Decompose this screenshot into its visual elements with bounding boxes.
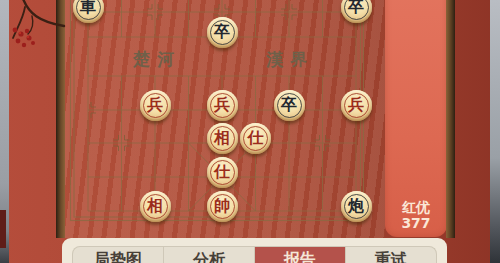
piece-glyph: 車 bbox=[80, 0, 96, 15]
piece-glyph: 仕 bbox=[248, 130, 264, 146]
piece-red-soldier[interactable]: 兵 bbox=[207, 90, 238, 121]
piece-glyph: 卒 bbox=[281, 97, 297, 113]
piece-red-soldier[interactable]: 兵 bbox=[341, 90, 372, 121]
piece-glyph: 兵 bbox=[348, 97, 364, 113]
piece-glyph: 相 bbox=[214, 130, 230, 146]
tab-4[interactable]: 重试 bbox=[346, 247, 436, 263]
piece-black-cannon[interactable]: 炮 bbox=[341, 191, 372, 222]
piece-red-elephant[interactable]: 相 bbox=[140, 191, 171, 222]
piece-red-soldier[interactable]: 兵 bbox=[140, 90, 171, 121]
piece-red-advisor[interactable]: 仕 bbox=[240, 123, 271, 154]
advantage-label: 红优 bbox=[385, 199, 447, 215]
tab-1[interactable]: 局势图 bbox=[73, 247, 164, 263]
piece-glyph: 相 bbox=[147, 198, 163, 214]
bottom-bar: 局势图分析报告重试 bbox=[62, 238, 447, 263]
tab-row: 局势图分析报告重试 bbox=[72, 246, 437, 263]
piece-black-soldier[interactable]: 卒 bbox=[274, 90, 305, 121]
board-frame-right bbox=[446, 0, 455, 238]
piece-red-advisor[interactable]: 仕 bbox=[207, 157, 238, 188]
piece-glyph: 仕 bbox=[214, 164, 230, 180]
advantage-panel: 红优 377 bbox=[385, 0, 447, 237]
piece-red-elephant[interactable]: 相 bbox=[207, 123, 238, 154]
piece-glyph: 兵 bbox=[214, 97, 230, 113]
tab-3[interactable]: 报告 bbox=[255, 247, 346, 263]
screen-edge-accent bbox=[0, 210, 6, 248]
piece-glyph: 炮 bbox=[348, 198, 364, 214]
piece-red-general[interactable]: 帥 bbox=[207, 191, 238, 222]
piece-glyph: 卒 bbox=[214, 24, 230, 40]
river-label-right: 漢界 bbox=[266, 48, 314, 71]
piece-glyph: 帥 bbox=[214, 198, 230, 214]
piece-glyph: 兵 bbox=[147, 97, 163, 113]
screen-edge-right bbox=[490, 0, 500, 263]
xiangqi-app-screen: 楚河 漢界 車卒卒兵兵卒兵相仕仕相帥炮 红优 377 局势图分析报告重试 bbox=[0, 0, 500, 263]
piece-black-soldier[interactable]: 卒 bbox=[207, 17, 238, 48]
board-frame-left bbox=[56, 0, 65, 238]
advantage-value: 377 bbox=[385, 215, 447, 231]
river-label-left: 楚河 bbox=[133, 48, 181, 71]
tab-2[interactable]: 分析 bbox=[164, 247, 255, 263]
piece-glyph: 卒 bbox=[348, 0, 364, 15]
